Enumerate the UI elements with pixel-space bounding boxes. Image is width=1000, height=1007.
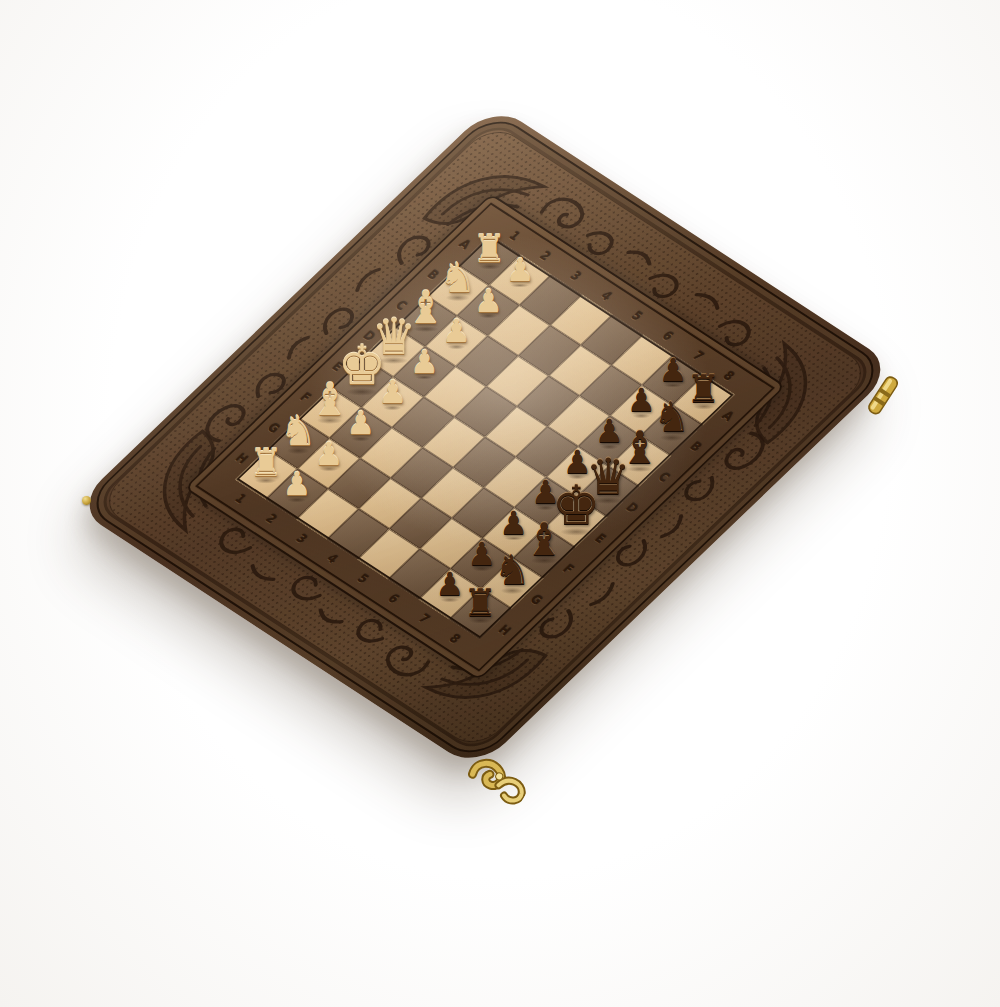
piece-white-rook-a1[interactable]: ♜ (472, 229, 506, 267)
piece-white-pawn-a2[interactable]: ♟ (506, 254, 535, 286)
piece-black-pawn-h7[interactable]: ♟ (436, 568, 465, 600)
piece-black-pawn-a7[interactable]: ♟ (659, 354, 688, 386)
piece-white-knight-g1[interactable]: ♞ (280, 411, 317, 452)
piece-black-pawn-g7[interactable]: ♟ (467, 538, 496, 570)
carved-chess-box: 12345678AABBCCDDEEFFGGHH12345678 (73, 104, 897, 771)
piece-white-pawn-e2[interactable]: ♟ (378, 377, 407, 409)
brass-hinge-icon (460, 749, 534, 815)
brass-pin-icon (82, 496, 91, 505)
piece-black-rook-h8[interactable]: ♜ (463, 584, 497, 622)
photo-backdrop: 12345678AABBCCDDEEFFGGHH12345678 ♜♞♝♛♚♝♞… (0, 0, 1000, 1007)
piece-white-pawn-b2[interactable]: ♟ (474, 285, 503, 317)
piece-white-rook-h1[interactable]: ♜ (249, 444, 283, 482)
piece-white-pawn-g2[interactable]: ♟ (314, 438, 343, 470)
piece-white-pawn-f2[interactable]: ♟ (346, 407, 375, 439)
piece-black-pawn-b7[interactable]: ♟ (627, 385, 656, 417)
piece-white-pawn-c2[interactable]: ♟ (442, 315, 471, 347)
piece-white-pawn-d2[interactable]: ♟ (410, 346, 439, 378)
piece-black-rook-a8[interactable]: ♜ (687, 369, 721, 407)
piece-white-pawn-h2[interactable]: ♟ (283, 469, 312, 501)
piece-black-knight-g8[interactable]: ♞ (494, 551, 531, 592)
